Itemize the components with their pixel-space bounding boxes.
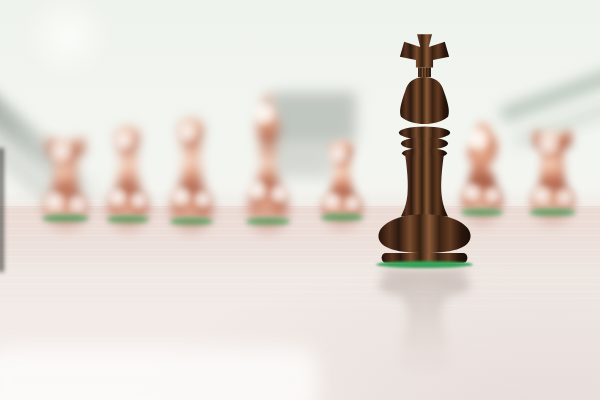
bokeh-glint: [47, 137, 76, 166]
bokeh-glint: [174, 119, 201, 146]
bokeh-glint: [528, 183, 553, 208]
piece-reflection: [525, 212, 580, 256]
bokeh-glint: [250, 100, 277, 127]
bokeh-glint: [482, 185, 503, 206]
bokeh-glint: [534, 129, 563, 158]
bokeh-glint: [66, 193, 89, 216]
bokeh-glint: [268, 183, 290, 205]
piece-bishop-4: [242, 92, 294, 222]
piece-reflection: [457, 212, 507, 256]
king-reflection-silhouette: [371, 266, 478, 400]
photo-stage: [0, 0, 600, 400]
piece-rook-8: [525, 124, 580, 213]
piece-reflection: [242, 221, 294, 265]
piece-pawn-3: [166, 112, 217, 222]
bokeh-glint: [41, 189, 66, 214]
piece-knight-7: [457, 120, 507, 213]
bokeh-glint: [465, 126, 491, 152]
bokeh-glint: [245, 178, 269, 202]
piece-pawn-5: [317, 136, 367, 218]
pieces-layer: [0, 0, 600, 400]
piece-reflection: [166, 221, 217, 265]
piece-reflection: [38, 218, 93, 262]
piece-reflection: [103, 219, 153, 263]
bokeh-glint: [325, 141, 351, 167]
bokeh-glint: [553, 186, 576, 209]
piece-reflection: [317, 217, 367, 261]
bokeh-glint: [111, 127, 137, 153]
felt-base: [376, 261, 472, 268]
bokeh-glint: [320, 190, 343, 213]
piece-rook-1: [38, 132, 93, 219]
king-reflection: [371, 266, 478, 400]
piece-pawn-2: [103, 121, 153, 220]
bokeh-glint: [169, 185, 192, 208]
